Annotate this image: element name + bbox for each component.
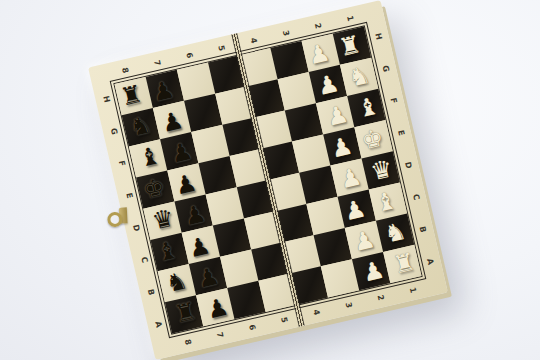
piece-black-bishop[interactable]: ♝: [154, 237, 180, 265]
file-label-f: F: [116, 160, 125, 167]
piece-white-bishop[interactable]: ♝: [355, 93, 381, 121]
piece-white-pawn[interactable]: ♟: [306, 40, 332, 68]
piece-black-pawn[interactable]: ♟: [186, 233, 212, 261]
file-label-a: A: [425, 257, 434, 265]
piece-black-rook[interactable]: ♜: [118, 81, 144, 109]
clasp-hook-icon: [107, 212, 123, 228]
piece-white-bishop[interactable]: ♝: [373, 188, 399, 216]
piece-white-pawn[interactable]: ♟: [338, 164, 364, 192]
file-label-e: E: [124, 192, 133, 199]
piece-black-pawn[interactable]: ♟: [159, 108, 185, 136]
piece-black-king[interactable]: ♚: [141, 175, 167, 203]
piece-white-pawn[interactable]: ♟: [328, 134, 354, 162]
piece-black-pawn[interactable]: ♟: [204, 295, 230, 323]
rank-label-5: 5: [216, 44, 225, 51]
piece-black-rook[interactable]: ♜: [173, 299, 199, 327]
file-label-d: D: [131, 223, 140, 231]
piece-black-knight[interactable]: ♞: [127, 112, 153, 140]
photo-background: 87654321 HGFEDCBA ♜♟♟♜♞♟♟♞♝♟♟♝♚♟♟♚♛♟♟♛♝♟…: [0, 0, 540, 360]
piece-black-pawn[interactable]: ♟: [168, 139, 194, 167]
piece-white-queen[interactable]: ♛: [369, 156, 395, 184]
piece-white-knight[interactable]: ♞: [346, 63, 372, 91]
rank-label-4: 4: [311, 309, 320, 316]
piece-white-pawn[interactable]: ♟: [342, 196, 368, 224]
rank-label-2: 2: [375, 294, 384, 301]
piece-black-bishop[interactable]: ♝: [137, 143, 163, 171]
piece-black-pawn[interactable]: ♟: [173, 170, 199, 198]
rank-label-3: 3: [343, 301, 352, 308]
rank-label-3: 3: [280, 29, 289, 36]
rank-label-1: 1: [407, 286, 416, 293]
piece-white-rook[interactable]: ♜: [337, 32, 363, 60]
piece-white-knight[interactable]: ♞: [382, 219, 408, 247]
piece-white-pawn[interactable]: ♟: [324, 102, 350, 130]
rank-label-5: 5: [279, 316, 288, 323]
file-label-f: F: [388, 97, 397, 104]
rank-label-7: 7: [152, 59, 161, 66]
file-label-h: H: [373, 32, 382, 40]
file-label-g: G: [381, 64, 390, 72]
rank-label-2: 2: [312, 22, 321, 29]
file-label-h: H: [101, 95, 110, 103]
file-label-a: A: [153, 320, 162, 328]
file-label-c: C: [411, 193, 420, 201]
rank-label-7: 7: [214, 331, 223, 338]
piece-white-pawn[interactable]: ♟: [351, 227, 377, 255]
rank-label-6: 6: [247, 323, 256, 330]
rank-label-8: 8: [182, 338, 191, 345]
file-label-c: C: [139, 256, 148, 264]
piece-black-pawn[interactable]: ♟: [150, 77, 176, 105]
file-label-e: E: [396, 129, 405, 136]
rank-label-6: 6: [184, 52, 193, 59]
piece-black-pawn[interactable]: ♟: [182, 201, 208, 229]
piece-white-pawn[interactable]: ♟: [315, 71, 341, 99]
rank-label-1: 1: [345, 14, 354, 21]
chess-board: 87654321 HGFEDCBA ♜♟♟♜♞♟♟♞♝♟♟♝♚♟♟♚♛♟♟♛♝♟…: [88, 0, 448, 360]
clasp: [107, 202, 128, 229]
piece-black-pawn[interactable]: ♟: [195, 264, 221, 292]
piece-black-knight[interactable]: ♞: [163, 268, 189, 296]
rank-label-8: 8: [120, 66, 129, 73]
file-label-d: D: [403, 161, 412, 169]
piece-white-king[interactable]: ♚: [359, 125, 385, 153]
rank-label-4: 4: [248, 37, 257, 44]
file-label-b: B: [146, 288, 155, 296]
piece-white-pawn[interactable]: ♟: [360, 258, 386, 286]
piece-black-queen[interactable]: ♛: [150, 205, 176, 233]
file-label-b: B: [418, 225, 427, 233]
square-a1[interactable]: ♜: [383, 245, 421, 283]
piece-white-rook[interactable]: ♜: [391, 249, 417, 277]
file-label-g: G: [109, 127, 118, 135]
